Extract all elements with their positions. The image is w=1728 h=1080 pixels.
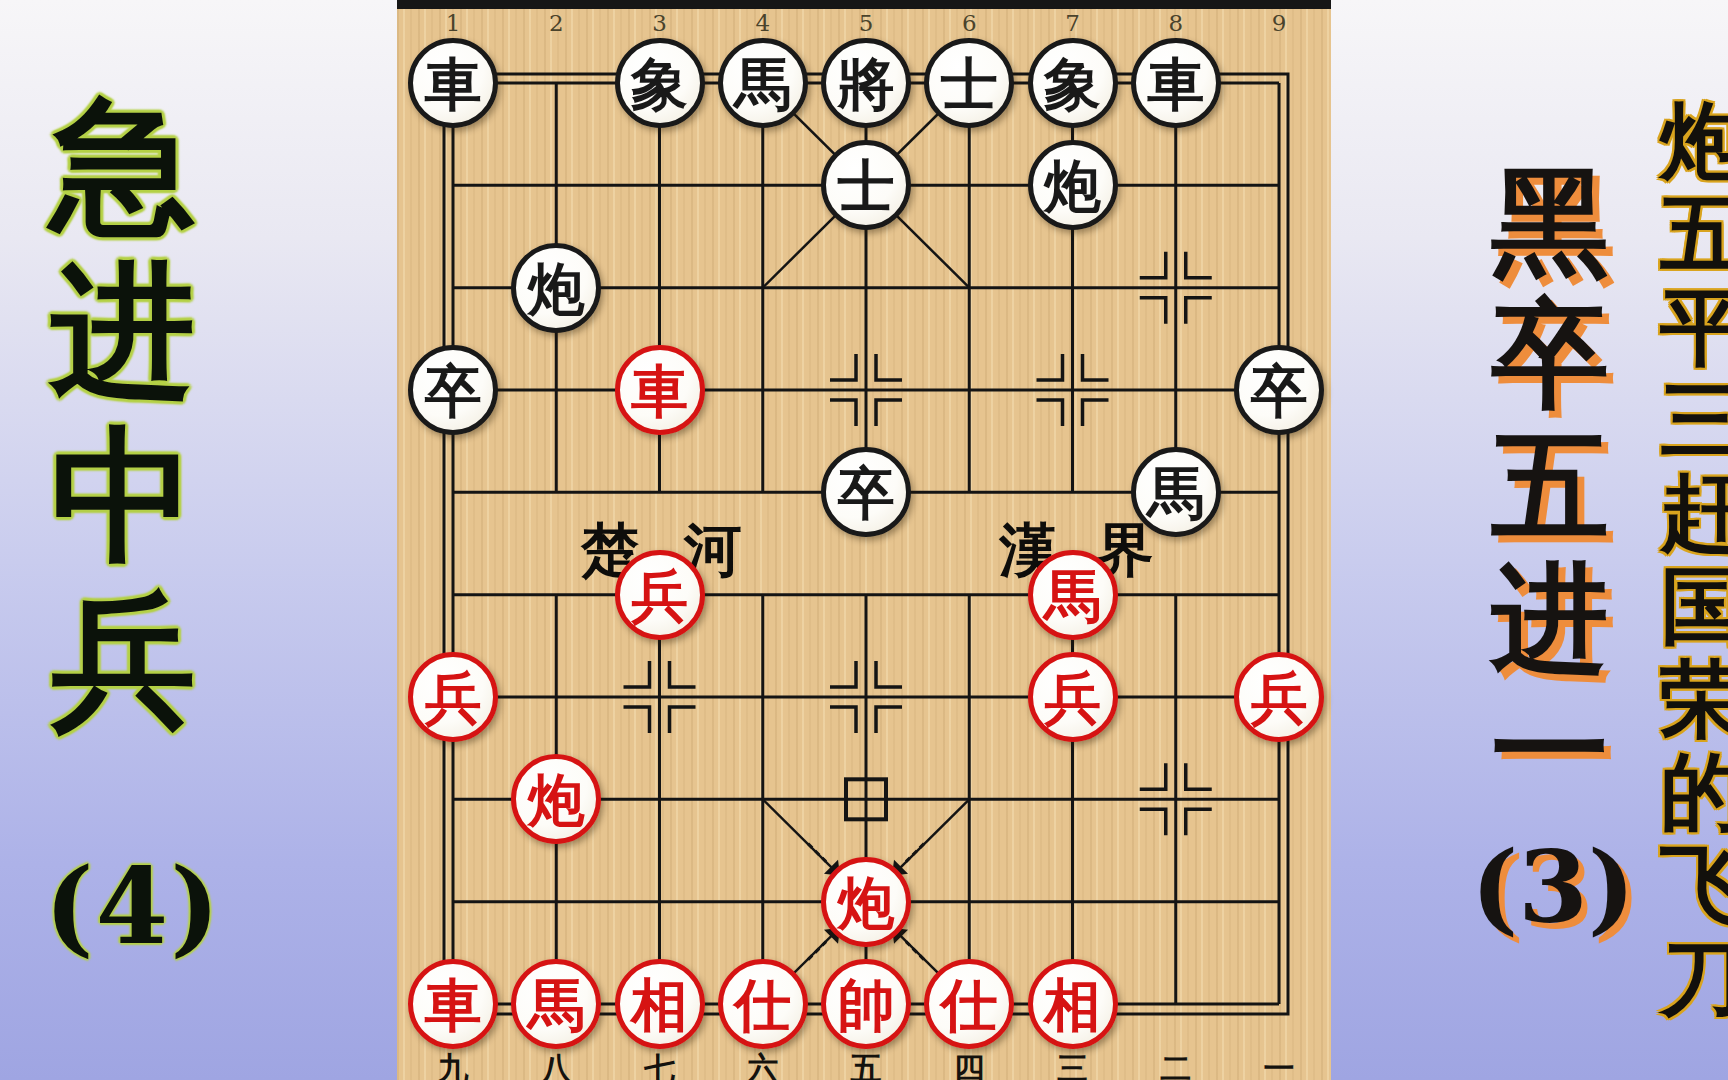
board-cell: 士 (814, 134, 917, 236)
title-char: 荣 (1660, 654, 1728, 747)
title-char: 五 (1660, 189, 1728, 282)
board-cell: 車 (1124, 32, 1227, 134)
left-opening-title: 急进中兵 (28, 85, 218, 745)
piece-black-soldier[interactable]: 卒 (821, 447, 911, 537)
board-cell: 仕 (918, 953, 1021, 1055)
piece-black-soldier[interactable]: 卒 (408, 345, 498, 435)
piece-red-soldier[interactable]: 兵 (1234, 652, 1324, 742)
board-cell: 卒 (1227, 339, 1330, 441)
board-cell: 馬 (1124, 441, 1227, 543)
title-char: 刀 (1660, 933, 1728, 1026)
title-char: 炮 (1660, 96, 1728, 189)
piece-red-horse[interactable]: 馬 (511, 959, 601, 1049)
board-cell: 相 (1021, 953, 1124, 1055)
board-cell: 車 (401, 953, 504, 1055)
title-char: 平 (1660, 282, 1728, 375)
board-cell: 車 (401, 32, 504, 134)
piece-black-horse[interactable]: 馬 (718, 38, 808, 128)
title-char: 进 (1491, 554, 1609, 686)
xiangqi-lesson-screen: { "game": "xiangqi", "position": { "fen"… (0, 0, 1728, 1080)
board-cell: 車 (608, 339, 711, 441)
piece-black-chariot[interactable]: 車 (1131, 38, 1221, 128)
left-episode-number: (4) (8, 845, 258, 968)
piece-black-horse[interactable]: 馬 (1131, 447, 1221, 537)
board-cell: 炮 (814, 850, 917, 952)
board-cell: 卒 (814, 441, 917, 543)
board-cell: 兵 (608, 543, 711, 645)
board-cell: 士 (918, 32, 1021, 134)
title-char: 国 (1660, 561, 1728, 654)
board-cell: 象 (1021, 32, 1124, 134)
board-cell: 將 (814, 32, 917, 134)
piece-black-advisor[interactable]: 士 (821, 140, 911, 230)
piece-red-soldier[interactable]: 兵 (408, 652, 498, 742)
board-cell: 兵 (1021, 646, 1124, 748)
board-cell: 馬 (505, 953, 608, 1055)
right-move-title: 黑卒五进一 (1470, 158, 1630, 818)
side-note-column: 炮五平三赶国荣的飞刀 (1652, 96, 1728, 1026)
piece-red-chariot[interactable]: 車 (615, 345, 705, 435)
board-cell: 馬 (1021, 543, 1124, 645)
title-char: 赶 (1660, 468, 1728, 561)
title-char: 急 (51, 85, 196, 250)
piece-red-chariot[interactable]: 車 (408, 959, 498, 1049)
piece-red-soldier[interactable]: 兵 (1028, 652, 1118, 742)
title-char: 中 (51, 415, 196, 580)
board-cell: 炮 (505, 236, 608, 338)
title-char: 飞 (1660, 840, 1728, 933)
piece-black-cannon[interactable]: 炮 (1028, 140, 1118, 230)
piece-black-soldier[interactable]: 卒 (1234, 345, 1324, 435)
board-cell: 馬 (711, 32, 814, 134)
title-char: 黑 (1491, 158, 1609, 290)
title-char: 的 (1660, 747, 1728, 840)
piece-red-cannon[interactable]: 炮 (511, 754, 601, 844)
board-cell: 兵 (401, 646, 504, 748)
piece-red-soldier[interactable]: 兵 (615, 550, 705, 640)
board-cell: 仕 (711, 953, 814, 1055)
board-cell: 炮 (1021, 134, 1124, 236)
right-episode-number: (3) (1448, 828, 1658, 946)
board-cell: 兵 (1227, 646, 1330, 748)
board-cell: 相 (608, 953, 711, 1055)
piece-red-advisor[interactable]: 仕 (924, 959, 1014, 1049)
piece-black-elephant[interactable]: 象 (1028, 38, 1118, 128)
board-cell: 卒 (401, 339, 504, 441)
title-char: 进 (51, 250, 196, 415)
xiangqi-board: 123456789 楚河漢界 九八七六五四三二一 車象馬將士象車士炮炮卒卒卒馬車… (397, 0, 1331, 1080)
board-cell: 象 (608, 32, 711, 134)
board-cell: 帥 (814, 953, 917, 1055)
title-char: 兵 (51, 580, 196, 745)
piece-black-cannon[interactable]: 炮 (511, 243, 601, 333)
title-char: 五 (1491, 422, 1609, 554)
piece-red-general[interactable]: 帥 (821, 959, 911, 1049)
piece-red-elephant[interactable]: 相 (1028, 959, 1118, 1049)
pieces-grid: 車象馬將士象車士炮炮卒卒卒馬車兵馬兵兵兵炮炮車馬相仕帥仕相 (401, 32, 1330, 1055)
board-cell: 炮 (505, 748, 608, 850)
title-char: 卒 (1491, 290, 1609, 422)
piece-black-chariot[interactable]: 車 (408, 38, 498, 128)
piece-red-cannon[interactable]: 炮 (821, 857, 911, 947)
piece-red-advisor[interactable]: 仕 (718, 959, 808, 1049)
piece-black-general[interactable]: 將 (821, 38, 911, 128)
piece-red-elephant[interactable]: 相 (615, 959, 705, 1049)
piece-black-elephant[interactable]: 象 (615, 38, 705, 128)
title-char: 三 (1660, 375, 1728, 468)
piece-red-horse[interactable]: 馬 (1028, 550, 1118, 640)
piece-black-advisor[interactable]: 士 (924, 38, 1014, 128)
title-char: 一 (1491, 686, 1609, 818)
